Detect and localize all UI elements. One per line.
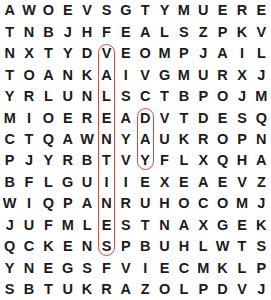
cell-r14c5[interactable]: K [77, 279, 96, 300]
cell-r2c5[interactable]: H [77, 21, 96, 42]
cell-r6c11[interactable]: D [194, 107, 213, 128]
cell-r8c1[interactable]: P [0, 150, 19, 171]
cell-r14c8[interactable]: Z [136, 279, 155, 300]
cell-r6c4[interactable]: E [58, 107, 77, 128]
cell-r5c9[interactable]: T [155, 86, 174, 107]
cell-r1c11[interactable]: U [194, 0, 213, 21]
cell-r4c4[interactable]: N [58, 64, 77, 85]
cell-r3c4[interactable]: Y [58, 43, 77, 64]
cell-r5c6[interactable]: L [97, 86, 116, 107]
cell-r1c9[interactable]: Y [155, 0, 174, 21]
cell-r13c14[interactable]: P [252, 257, 271, 278]
cell-r1c4[interactable]: E [58, 0, 77, 21]
cell-r9c8[interactable]: E [136, 171, 155, 192]
cell-r7c2[interactable]: T [19, 129, 38, 150]
cell-r2c8[interactable]: A [136, 21, 155, 42]
cell-r11c7[interactable]: S [116, 214, 135, 235]
cell-r3c14[interactable]: L [252, 43, 271, 64]
cell-r5c3[interactable]: L [39, 86, 58, 107]
cell-r13c10[interactable]: C [174, 257, 193, 278]
cell-r6c12[interactable]: E [213, 107, 232, 128]
cell-r1c5[interactable]: V [77, 0, 96, 21]
cell-r12c8[interactable]: B [136, 236, 155, 257]
cell-r9c6[interactable]: I [97, 171, 116, 192]
cell-r1c2[interactable]: W [19, 0, 38, 21]
cell-r10c2[interactable]: I [19, 193, 38, 214]
cell-r3c7[interactable]: E [116, 43, 135, 64]
cell-r7c6[interactable]: N [97, 129, 116, 150]
cell-r7c11[interactable]: R [194, 129, 213, 150]
cell-r8c13[interactable]: H [232, 150, 251, 171]
cell-r9c2[interactable]: F [19, 171, 38, 192]
cell-r10c12[interactable]: O [213, 193, 232, 214]
cell-r5c1[interactable]: Y [0, 86, 19, 107]
cell-r6c13[interactable]: S [232, 107, 251, 128]
cell-r3c2[interactable]: X [19, 43, 38, 64]
cell-r10c5[interactable]: A [77, 193, 96, 214]
cell-r12c14[interactable]: S [252, 236, 271, 257]
cell-r8c2[interactable]: J [19, 150, 38, 171]
cell-r6c2[interactable]: I [19, 107, 38, 128]
cell-r3c1[interactable]: N [0, 43, 19, 64]
cell-r8c5[interactable]: B [77, 150, 96, 171]
cell-r11c2[interactable]: U [19, 214, 38, 235]
cell-r5c5[interactable]: N [77, 86, 96, 107]
cell-r1c13[interactable]: R [232, 0, 251, 21]
cell-r1c7[interactable]: G [116, 0, 135, 21]
cell-r4c14[interactable]: J [252, 64, 271, 85]
cell-r11c5[interactable]: L [77, 214, 96, 235]
cell-r14c2[interactable]: B [19, 279, 38, 300]
cell-r5c8[interactable]: C [136, 86, 155, 107]
cell-r14c10[interactable]: L [174, 279, 193, 300]
cell-r13c13[interactable]: L [232, 257, 251, 278]
cell-r6c1[interactable]: M [0, 107, 19, 128]
cell-r14c13[interactable]: V [232, 279, 251, 300]
cell-r2c4[interactable]: J [58, 21, 77, 42]
cell-r8c14[interactable]: A [252, 150, 271, 171]
cell-r6c14[interactable]: Q [252, 107, 271, 128]
cell-r4c12[interactable]: R [213, 64, 232, 85]
cell-r9c10[interactable]: E [174, 171, 193, 192]
cell-r1c10[interactable]: M [174, 0, 193, 21]
cell-r5c14[interactable]: M [252, 86, 271, 107]
cell-r7c14[interactable]: N [252, 129, 271, 150]
cell-r9c7[interactable]: I [116, 171, 135, 192]
cell-r9c12[interactable]: E [213, 171, 232, 192]
cell-r12c6[interactable]: S [97, 236, 116, 257]
cell-r13c8[interactable]: I [136, 257, 155, 278]
cell-r5c2[interactable]: R [19, 86, 38, 107]
cell-r13c4[interactable]: G [58, 257, 77, 278]
cell-r9c3[interactable]: L [39, 171, 58, 192]
cell-r7c5[interactable]: W [77, 129, 96, 150]
cell-r14c3[interactable]: T [39, 279, 58, 300]
cell-r13c3[interactable]: E [39, 257, 58, 278]
cell-r11c14[interactable]: K [252, 214, 271, 235]
cell-r9c4[interactable]: G [58, 171, 77, 192]
cell-r14c7[interactable]: A [116, 279, 135, 300]
cell-r13c5[interactable]: S [77, 257, 96, 278]
cell-r2c1[interactable]: T [0, 21, 19, 42]
cell-r8c11[interactable]: X [194, 150, 213, 171]
cell-r1c1[interactable]: A [0, 0, 19, 21]
cell-r13c7[interactable]: V [116, 257, 135, 278]
cell-r6c7[interactable]: A [116, 107, 135, 128]
cell-r11c3[interactable]: F [39, 214, 58, 235]
cell-r5c12[interactable]: O [213, 86, 232, 107]
word-search-grid: AWOEVSGTYMUERETNBJHFEALSZPKVNXTYDVEOMPJA… [0, 0, 271, 300]
cell-r11c13[interactable]: E [232, 214, 251, 235]
cell-r7c1[interactable]: C [0, 129, 19, 150]
cell-r4c11[interactable]: U [194, 64, 213, 85]
cell-r12c5[interactable]: N [77, 236, 96, 257]
cell-r1c12[interactable]: E [213, 0, 232, 21]
cell-r7c8[interactable]: A [136, 129, 155, 150]
cell-r8c10[interactable]: L [174, 150, 193, 171]
cell-r2c13[interactable]: K [232, 21, 251, 42]
cell-r10c11[interactable]: C [194, 193, 213, 214]
cell-r7c3[interactable]: Q [39, 129, 58, 150]
word-search-puzzle: AWOEVSGTYMUERETNBJHFEALSZPKVNXTYDVEOMPJA… [0, 0, 271, 300]
cell-r4c7[interactable]: I [116, 64, 135, 85]
cell-r14c9[interactable]: O [155, 279, 174, 300]
cell-r8c7[interactable]: V [116, 150, 135, 171]
cell-r3c10[interactable]: P [174, 43, 193, 64]
cell-r4c2[interactable]: O [19, 64, 38, 85]
cell-r2c7[interactable]: E [116, 21, 135, 42]
cell-r11c1[interactable]: J [0, 214, 19, 235]
cell-r10c10[interactable]: O [174, 193, 193, 214]
cell-r3c3[interactable]: T [39, 43, 58, 64]
cell-r4c3[interactable]: A [39, 64, 58, 85]
cell-r14c12[interactable]: D [213, 279, 232, 300]
cell-r10c4[interactable]: P [58, 193, 77, 214]
cell-r12c10[interactable]: H [174, 236, 193, 257]
cell-r5c13[interactable]: J [232, 86, 251, 107]
cell-r7c4[interactable]: A [58, 129, 77, 150]
cell-r5c11[interactable]: P [194, 86, 213, 107]
cell-r10c7[interactable]: R [116, 193, 135, 214]
cell-r9c5[interactable]: U [77, 171, 96, 192]
cell-r2c9[interactable]: L [155, 21, 174, 42]
cell-r7c9[interactable]: U [155, 129, 174, 150]
cell-r8c8[interactable]: Y [136, 150, 155, 171]
cell-r2c11[interactable]: Z [194, 21, 213, 42]
cell-r12c7[interactable]: P [116, 236, 135, 257]
cell-r9c9[interactable]: X [155, 171, 174, 192]
cell-r11c8[interactable]: T [136, 214, 155, 235]
cell-r10c3[interactable]: Q [39, 193, 58, 214]
cell-r4c5[interactable]: K [77, 64, 96, 85]
cell-r3c6[interactable]: V [97, 43, 116, 64]
cell-r12c2[interactable]: C [19, 236, 38, 257]
cell-r3c13[interactable]: I [232, 43, 251, 64]
cell-r3c11[interactable]: J [194, 43, 213, 64]
cell-r13c1[interactable]: Y [0, 257, 19, 278]
cell-r12c1[interactable]: Q [0, 236, 19, 257]
cell-r11c6[interactable]: E [97, 214, 116, 235]
cell-r13c11[interactable]: M [194, 257, 213, 278]
cell-r9c11[interactable]: A [194, 171, 213, 192]
cell-r14c1[interactable]: S [0, 279, 19, 300]
cell-r7c12[interactable]: O [213, 129, 232, 150]
cell-r12c4[interactable]: E [58, 236, 77, 257]
cell-r12c3[interactable]: K [39, 236, 58, 257]
cell-r14c11[interactable]: P [194, 279, 213, 300]
cell-r6c5[interactable]: R [77, 107, 96, 128]
cell-r7c7[interactable]: Y [116, 129, 135, 150]
cell-r6c6[interactable]: E [97, 107, 116, 128]
cell-r10c1[interactable]: W [0, 193, 19, 214]
cell-r2c12[interactable]: P [213, 21, 232, 42]
cell-r10c14[interactable]: J [252, 193, 271, 214]
cell-r10c8[interactable]: U [136, 193, 155, 214]
cell-r2c10[interactable]: S [174, 21, 193, 42]
cell-r6c10[interactable]: T [174, 107, 193, 128]
cell-r10c6[interactable]: N [97, 193, 116, 214]
cell-r14c6[interactable]: R [97, 279, 116, 300]
cell-r8c3[interactable]: Y [39, 150, 58, 171]
cell-r2c3[interactable]: B [39, 21, 58, 42]
cell-r12c11[interactable]: L [194, 236, 213, 257]
cell-r1c14[interactable]: E [252, 0, 271, 21]
cell-r3c8[interactable]: O [136, 43, 155, 64]
cell-r4c6[interactable]: A [97, 64, 116, 85]
cell-r4c9[interactable]: G [155, 64, 174, 85]
cell-r6c3[interactable]: O [39, 107, 58, 128]
cell-r7c10[interactable]: K [174, 129, 193, 150]
cell-r11c4[interactable]: M [58, 214, 77, 235]
cell-r4c10[interactable]: M [174, 64, 193, 85]
cell-r3c9[interactable]: M [155, 43, 174, 64]
cell-r10c13[interactable]: M [232, 193, 251, 214]
cell-r13c12[interactable]: K [213, 257, 232, 278]
cell-r1c6[interactable]: S [97, 0, 116, 21]
cell-r12c13[interactable]: T [232, 236, 251, 257]
cell-r4c13[interactable]: X [232, 64, 251, 85]
cell-r7c13[interactable]: P [232, 129, 251, 150]
cell-r4c8[interactable]: V [136, 64, 155, 85]
cell-r13c6[interactable]: F [97, 257, 116, 278]
cell-r3c12[interactable]: A [213, 43, 232, 64]
cell-r13c2[interactable]: N [19, 257, 38, 278]
cell-r5c4[interactable]: U [58, 86, 77, 107]
cell-r11c12[interactable]: G [213, 214, 232, 235]
cell-r11c11[interactable]: X [194, 214, 213, 235]
cell-r2c14[interactable]: V [252, 21, 271, 42]
cell-r10c9[interactable]: H [155, 193, 174, 214]
cell-r1c3[interactable]: O [39, 0, 58, 21]
cell-r9c1[interactable]: B [0, 171, 19, 192]
cell-r13c9[interactable]: E [155, 257, 174, 278]
cell-r9c14[interactable]: Z [252, 171, 271, 192]
cell-r1c8[interactable]: T [136, 0, 155, 21]
cell-r2c2[interactable]: N [19, 21, 38, 42]
cell-r8c4[interactable]: R [58, 150, 77, 171]
cell-r5c7[interactable]: S [116, 86, 135, 107]
cell-r6c9[interactable]: V [155, 107, 174, 128]
cell-r12c9[interactable]: U [155, 236, 174, 257]
cell-r4c1[interactable]: T [0, 64, 19, 85]
cell-r11c10[interactable]: A [174, 214, 193, 235]
cell-r8c9[interactable]: F [155, 150, 174, 171]
cell-r3c5[interactable]: D [77, 43, 96, 64]
cell-r8c12[interactable]: Q [213, 150, 232, 171]
cell-r5c10[interactable]: B [174, 86, 193, 107]
cell-r2c6[interactable]: F [97, 21, 116, 42]
cell-r12c12[interactable]: W [213, 236, 232, 257]
cell-r9c13[interactable]: V [232, 171, 251, 192]
cell-r11c9[interactable]: N [155, 214, 174, 235]
cell-r14c14[interactable]: J [252, 279, 271, 300]
cell-r8c6[interactable]: T [97, 150, 116, 171]
cell-r14c4[interactable]: U [58, 279, 77, 300]
cell-r6c8[interactable]: D [136, 107, 155, 128]
